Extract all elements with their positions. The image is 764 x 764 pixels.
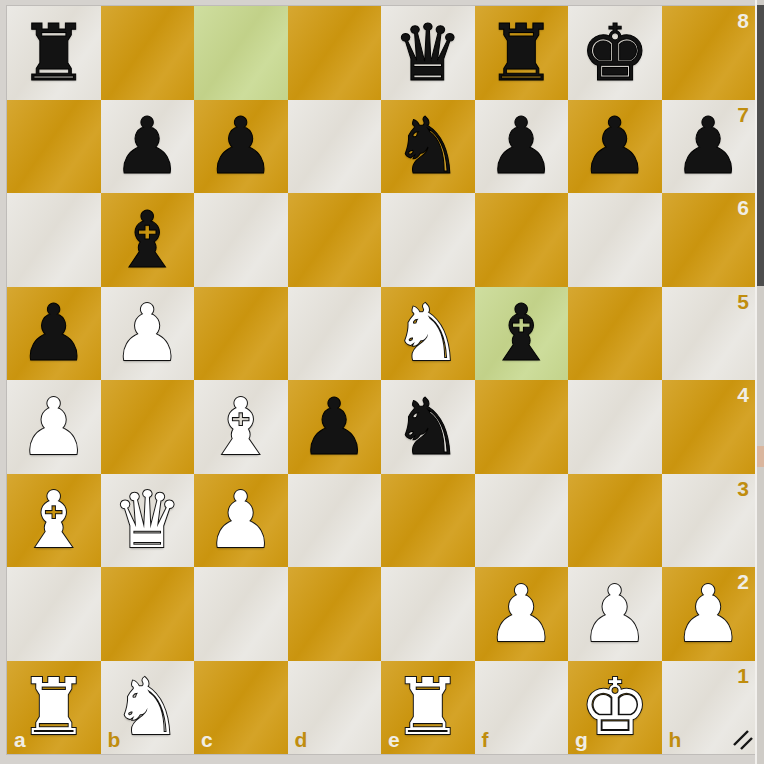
- scrollbar-thumb[interactable]: [757, 5, 764, 286]
- square-h5[interactable]: 5: [662, 287, 756, 381]
- square-e1[interactable]: ♜e: [381, 661, 475, 755]
- square-e8[interactable]: ♛: [381, 6, 475, 100]
- square-f7[interactable]: ♟: [475, 100, 569, 194]
- square-b6[interactable]: ♝: [101, 193, 195, 287]
- square-d8[interactable]: [288, 6, 382, 100]
- piece-black-pawn[interactable]: ♟: [7, 287, 101, 381]
- square-a2[interactable]: [7, 567, 101, 661]
- square-c6[interactable]: [194, 193, 288, 287]
- square-g3[interactable]: [568, 474, 662, 568]
- square-d3[interactable]: [288, 474, 382, 568]
- piece-white-rook[interactable]: ♜: [7, 661, 101, 755]
- piece-white-queen[interactable]: ♛: [101, 474, 195, 568]
- piece-black-pawn[interactable]: ♟: [194, 100, 288, 194]
- square-g1[interactable]: ♚g: [568, 661, 662, 755]
- square-d7[interactable]: [288, 100, 382, 194]
- square-b1[interactable]: ♞b: [101, 661, 195, 755]
- page-scrollbar[interactable]: [757, 0, 764, 764]
- piece-white-king[interactable]: ♚: [568, 661, 662, 755]
- square-a8[interactable]: ♜: [7, 6, 101, 100]
- piece-white-pawn[interactable]: ♟: [101, 287, 195, 381]
- square-b3[interactable]: ♛: [101, 474, 195, 568]
- square-f8[interactable]: ♜: [475, 6, 569, 100]
- square-b8[interactable]: [101, 6, 195, 100]
- square-e2[interactable]: [381, 567, 475, 661]
- square-g8[interactable]: ♚: [568, 6, 662, 100]
- piece-black-pawn[interactable]: ♟: [568, 100, 662, 194]
- square-a5[interactable]: ♟: [7, 287, 101, 381]
- square-b7[interactable]: ♟: [101, 100, 195, 194]
- square-c8[interactable]: [194, 6, 288, 100]
- file-label-f: f: [482, 728, 489, 752]
- square-f1[interactable]: f: [475, 661, 569, 755]
- piece-white-rook[interactable]: ♜: [381, 661, 475, 755]
- square-g2[interactable]: ♟: [568, 567, 662, 661]
- square-g4[interactable]: [568, 380, 662, 474]
- square-e7[interactable]: ♞: [381, 100, 475, 194]
- board-resize-handle[interactable]: [731, 728, 755, 752]
- piece-black-rook[interactable]: ♜: [7, 6, 101, 100]
- piece-black-pawn[interactable]: ♟: [475, 100, 569, 194]
- chess-board: ♜♛♜♚8♟♟♞♟♟♟7♝6♟♟♞♝5♟♝♟♞4♝♛♟3♟♟♟2♜a♞bcd♜e…: [7, 6, 755, 754]
- square-h2[interactable]: ♟2: [662, 567, 756, 661]
- square-d4[interactable]: ♟: [288, 380, 382, 474]
- square-h6[interactable]: 6: [662, 193, 756, 287]
- square-a4[interactable]: ♟: [7, 380, 101, 474]
- piece-black-king[interactable]: ♚: [568, 6, 662, 100]
- square-h8[interactable]: 8: [662, 6, 756, 100]
- file-label-h: h: [669, 728, 682, 752]
- file-label-c: c: [201, 728, 213, 752]
- square-c4[interactable]: ♝: [194, 380, 288, 474]
- square-f2[interactable]: ♟: [475, 567, 569, 661]
- piece-black-queen[interactable]: ♛: [381, 6, 475, 100]
- square-g7[interactable]: ♟: [568, 100, 662, 194]
- square-b2[interactable]: [101, 567, 195, 661]
- square-h3[interactable]: 3: [662, 474, 756, 568]
- piece-white-pawn[interactable]: ♟: [475, 567, 569, 661]
- square-a7[interactable]: [7, 100, 101, 194]
- piece-white-pawn[interactable]: ♟: [194, 474, 288, 568]
- rank-label-3: 3: [737, 477, 749, 501]
- piece-white-bishop[interactable]: ♝: [7, 474, 101, 568]
- square-f5[interactable]: ♝: [475, 287, 569, 381]
- square-e3[interactable]: [381, 474, 475, 568]
- square-f6[interactable]: [475, 193, 569, 287]
- chess-app-page: ♜♛♜♚8♟♟♞♟♟♟7♝6♟♟♞♝5♟♝♟♞4♝♛♟3♟♟♟2♜a♞bcd♜e…: [0, 0, 764, 764]
- scrollbar-marker: [757, 446, 764, 467]
- piece-black-pawn[interactable]: ♟: [288, 380, 382, 474]
- piece-white-bishop[interactable]: ♝: [194, 380, 288, 474]
- square-c3[interactable]: ♟: [194, 474, 288, 568]
- square-a3[interactable]: ♝: [7, 474, 101, 568]
- square-c5[interactable]: [194, 287, 288, 381]
- piece-black-bishop[interactable]: ♝: [475, 287, 569, 381]
- file-label-d: d: [295, 728, 308, 752]
- square-f3[interactable]: [475, 474, 569, 568]
- piece-black-knight[interactable]: ♞: [381, 380, 475, 474]
- piece-black-bishop[interactable]: ♝: [101, 193, 195, 287]
- square-c1[interactable]: c: [194, 661, 288, 755]
- rank-label-5: 5: [737, 290, 749, 314]
- square-e5[interactable]: ♞: [381, 287, 475, 381]
- square-h7[interactable]: ♟7: [662, 100, 756, 194]
- piece-white-pawn[interactable]: ♟: [662, 567, 756, 661]
- square-d6[interactable]: [288, 193, 382, 287]
- square-b5[interactable]: ♟: [101, 287, 195, 381]
- square-g6[interactable]: [568, 193, 662, 287]
- rank-label-4: 4: [737, 383, 749, 407]
- piece-white-pawn[interactable]: ♟: [568, 567, 662, 661]
- piece-black-pawn[interactable]: ♟: [101, 100, 195, 194]
- square-e6[interactable]: [381, 193, 475, 287]
- piece-black-rook[interactable]: ♜: [475, 6, 569, 100]
- rank-label-6: 6: [737, 196, 749, 220]
- piece-white-knight[interactable]: ♞: [101, 661, 195, 755]
- square-a1[interactable]: ♜a: [7, 661, 101, 755]
- square-f4[interactable]: [475, 380, 569, 474]
- piece-white-pawn[interactable]: ♟: [7, 380, 101, 474]
- piece-black-knight[interactable]: ♞: [381, 100, 475, 194]
- rank-label-1: 1: [737, 664, 749, 688]
- square-g5[interactable]: [568, 287, 662, 381]
- square-d2[interactable]: [288, 567, 382, 661]
- square-e4[interactable]: ♞: [381, 380, 475, 474]
- square-b4[interactable]: [101, 380, 195, 474]
- rank-label-8: 8: [737, 9, 749, 33]
- square-c7[interactable]: ♟: [194, 100, 288, 194]
- piece-white-knight[interactable]: ♞: [381, 287, 475, 381]
- square-d1[interactable]: d: [288, 661, 382, 755]
- square-d5[interactable]: [288, 287, 382, 381]
- piece-black-pawn[interactable]: ♟: [662, 100, 756, 194]
- square-a6[interactable]: [7, 193, 101, 287]
- square-c2[interactable]: [194, 567, 288, 661]
- square-h4[interactable]: 4: [662, 380, 756, 474]
